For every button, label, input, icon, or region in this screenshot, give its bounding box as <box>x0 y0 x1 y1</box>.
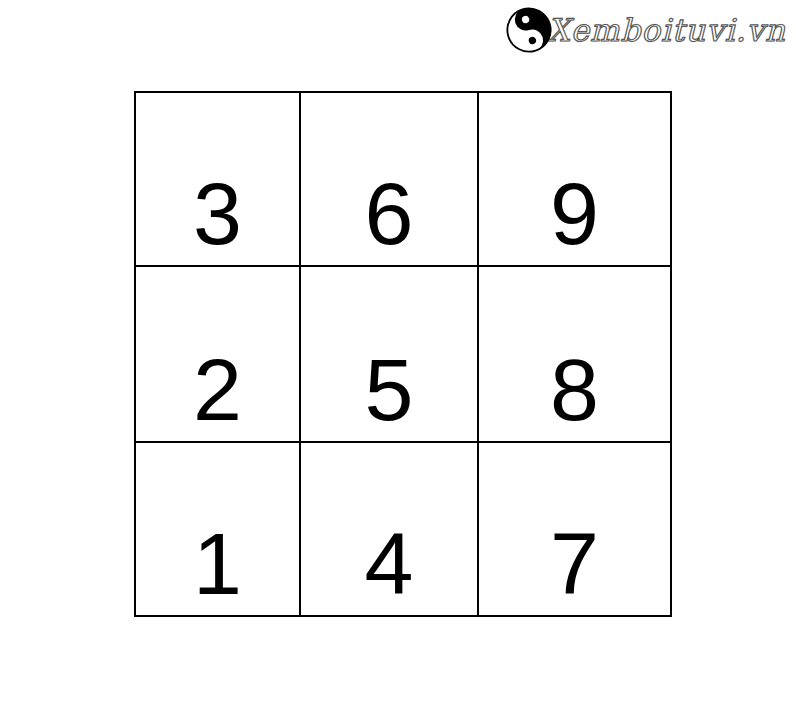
grid-cell-r1c1: 3 <box>136 93 301 267</box>
grid-cell-r2c1: 2 <box>136 267 301 443</box>
page: Xemboituvi.vn 3 6 9 2 5 8 1 4 7 <box>0 0 796 711</box>
grid-cell-r1c2: 6 <box>301 93 479 267</box>
grid-cell-r2c2: 5 <box>301 267 479 443</box>
yin-yang-icon <box>500 1 558 59</box>
site-name: Xemboituvi.vn <box>548 12 786 48</box>
grid-cell-r3c2: 4 <box>301 443 479 615</box>
site-logo: Xemboituvi.vn <box>506 7 786 53</box>
grid-cell-r1c3: 9 <box>479 93 670 267</box>
grid-cell-r2c3: 8 <box>479 267 670 443</box>
grid-cell-r3c3: 7 <box>479 443 670 615</box>
number-grid: 3 6 9 2 5 8 1 4 7 <box>134 91 672 617</box>
grid-cell-r3c1: 1 <box>136 443 301 615</box>
